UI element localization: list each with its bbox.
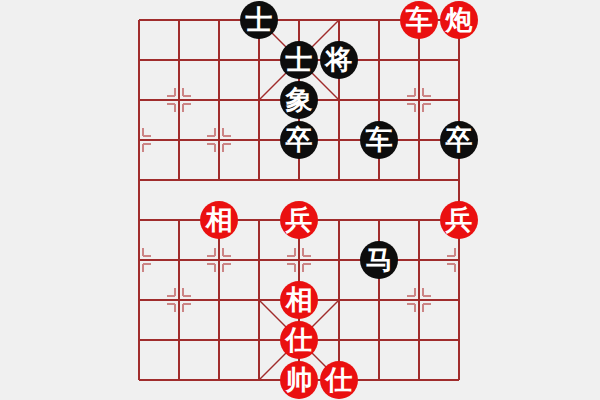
piece-red-soldier[interactable]: 兵	[440, 201, 478, 239]
piece-black-horse[interactable]: 马	[360, 241, 398, 279]
pieces-layer: 士车炮士将象卒车卒相兵兵马相仕帅仕	[0, 0, 600, 400]
piece-red-cannon[interactable]: 炮	[440, 1, 478, 39]
xiangqi-board: 士车炮士将象卒车卒相兵兵马相仕帅仕	[0, 0, 600, 400]
piece-red-chariot[interactable]: 车	[400, 1, 438, 39]
piece-red-elephant[interactable]: 相	[280, 281, 318, 319]
piece-black-elephant[interactable]: 象	[280, 81, 318, 119]
piece-black-general[interactable]: 将	[320, 41, 358, 79]
piece-red-advisor[interactable]: 仕	[320, 361, 358, 399]
piece-black-advisor[interactable]: 士	[240, 1, 278, 39]
piece-red-soldier[interactable]: 兵	[280, 201, 318, 239]
piece-black-soldier[interactable]: 卒	[440, 121, 478, 159]
piece-black-soldier[interactable]: 卒	[280, 121, 318, 159]
piece-red-general[interactable]: 帅	[280, 361, 318, 399]
piece-red-advisor[interactable]: 仕	[280, 321, 318, 359]
piece-red-elephant[interactable]: 相	[200, 201, 238, 239]
piece-black-chariot[interactable]: 车	[360, 121, 398, 159]
piece-black-advisor[interactable]: 士	[280, 41, 318, 79]
